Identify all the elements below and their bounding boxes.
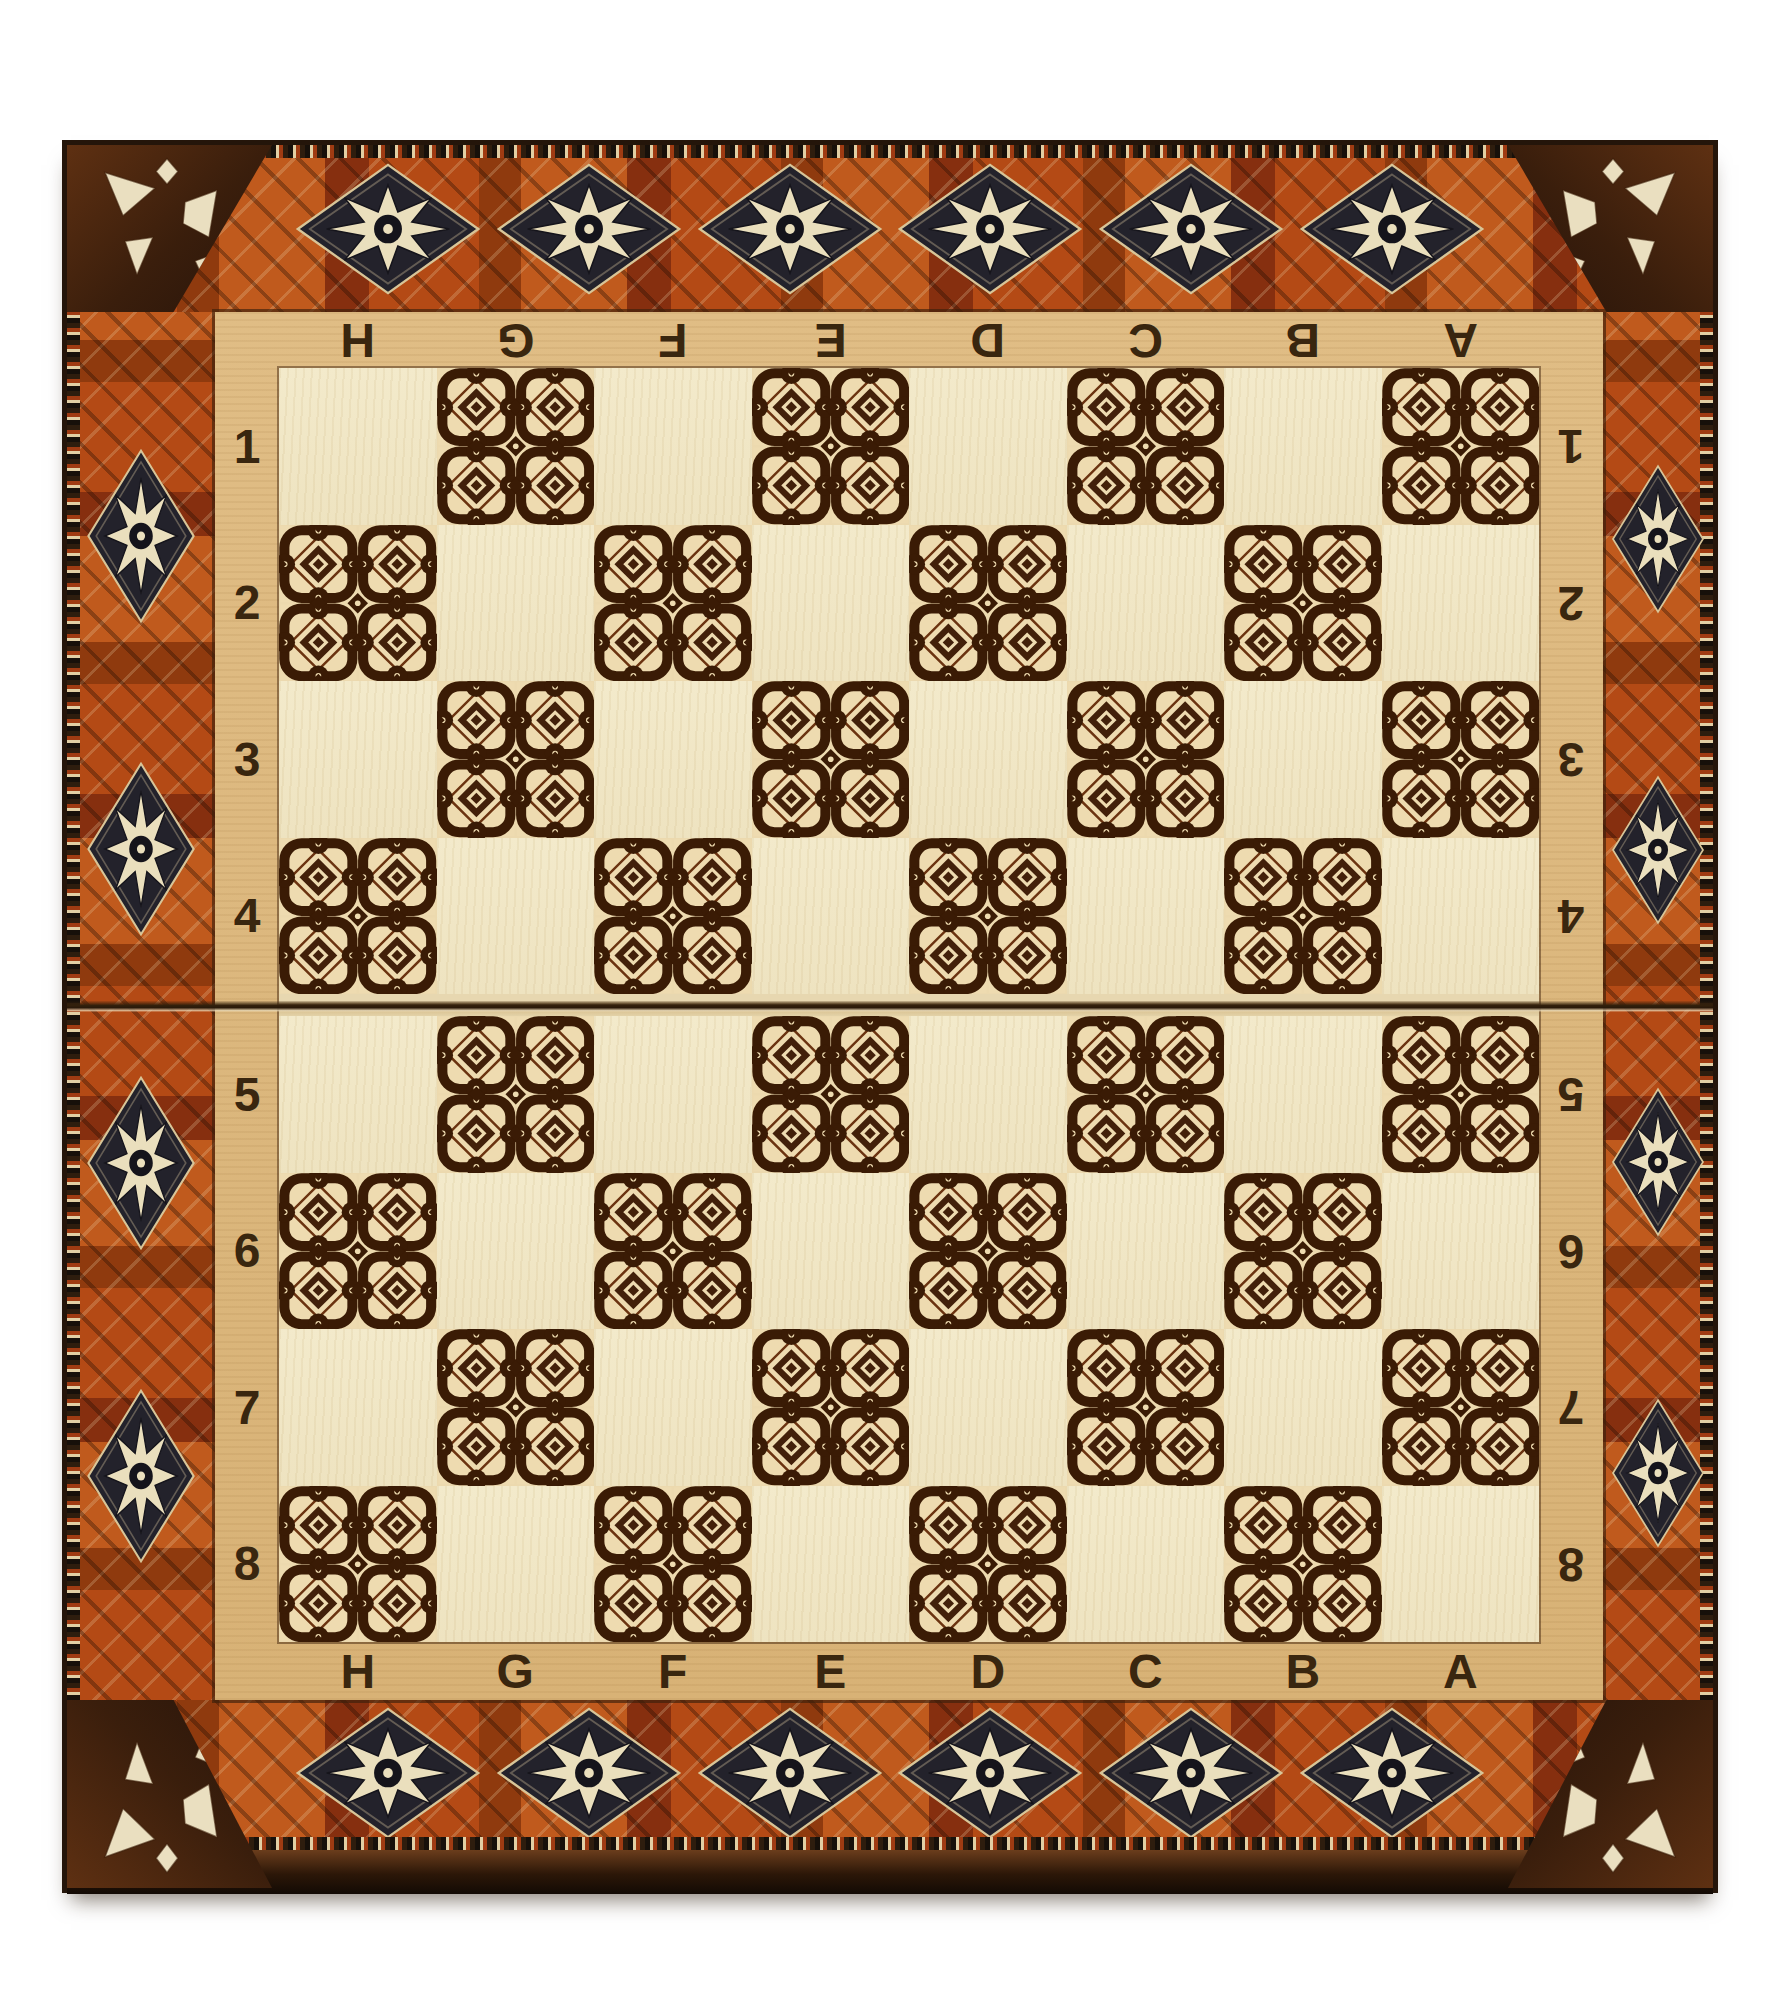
- rank-label-right-2: 2: [1539, 525, 1603, 682]
- square-b1[interactable]: [1224, 368, 1382, 525]
- star-medallion-inlay: [1299, 1706, 1485, 1840]
- square-g3[interactable]: [437, 681, 595, 838]
- square-f3[interactable]: [594, 681, 752, 838]
- square-e7[interactable]: [752, 1329, 910, 1486]
- rank-label-right-5: 5: [1539, 1016, 1603, 1173]
- file-label-bottom-b: B: [1224, 1644, 1382, 1699]
- rank-label-right-1: 1: [1539, 368, 1603, 525]
- square-f4[interactable]: [594, 838, 752, 995]
- star-medallion-inlay: [697, 1706, 883, 1840]
- chess-board: HGFEDCBA 12345678 12345678 HGFEDCBA: [62, 140, 1718, 1893]
- star-medallion-inlay: [697, 162, 883, 296]
- rank-label-left-8: 8: [215, 1486, 279, 1643]
- file-label-bottom-d: D: [909, 1644, 1067, 1699]
- file-label-bottom-f: F: [594, 1644, 752, 1699]
- rank-label-left-4: 4: [215, 838, 279, 995]
- star-medallion-inlay: [1098, 1706, 1284, 1840]
- rank-label-left-2: 2: [215, 525, 279, 682]
- fold-seam: [67, 1001, 1713, 1012]
- square-g8[interactable]: [437, 1486, 595, 1643]
- square-c7[interactable]: [1067, 1329, 1225, 1486]
- star-medallion-inlay: [1299, 162, 1485, 296]
- file-label-bottom-g: G: [437, 1644, 595, 1699]
- star-medallion-inlay: [85, 1386, 197, 1566]
- rank-label-right-3: 3: [1539, 681, 1603, 838]
- rank-label-right-7: 7: [1539, 1329, 1603, 1486]
- square-c8[interactable]: [1067, 1486, 1225, 1643]
- square-d8[interactable]: [909, 1486, 1067, 1643]
- star-medallion-inlay: [1610, 766, 1706, 934]
- square-c2[interactable]: [1067, 525, 1225, 682]
- square-e4[interactable]: [752, 838, 910, 995]
- star-medallion-inlay: [897, 1706, 1083, 1840]
- star-medallion-inlay: [1610, 1389, 1706, 1557]
- square-h5[interactable]: [279, 1016, 437, 1173]
- square-c5[interactable]: [1067, 1016, 1225, 1173]
- square-d3[interactable]: [909, 681, 1067, 838]
- file-label-bottom-h: H: [279, 1644, 437, 1699]
- square-c6[interactable]: [1067, 1173, 1225, 1330]
- star-medallion-inlay: [1610, 1078, 1706, 1246]
- square-d5[interactable]: [909, 1016, 1067, 1173]
- square-f7[interactable]: [594, 1329, 752, 1486]
- square-a7[interactable]: [1382, 1329, 1540, 1486]
- mosaic-border-bottom: [67, 1700, 1713, 1894]
- square-b3[interactable]: [1224, 681, 1382, 838]
- square-a4[interactable]: [1382, 838, 1540, 995]
- file-labels-bottom: HGFEDCBA: [279, 1642, 1539, 1700]
- square-h4[interactable]: [279, 838, 437, 995]
- file-label-top-b: B: [1224, 313, 1382, 368]
- file-label-top-c: C: [1067, 313, 1225, 368]
- square-g5[interactable]: [437, 1016, 595, 1173]
- square-h6[interactable]: [279, 1173, 437, 1330]
- rank-label-right-8: 8: [1539, 1486, 1603, 1643]
- square-b8[interactable]: [1224, 1486, 1382, 1643]
- square-a8[interactable]: [1382, 1486, 1540, 1643]
- square-g7[interactable]: [437, 1329, 595, 1486]
- star-medallion-inlay: [295, 162, 481, 296]
- star-medallion-inlay: [85, 446, 197, 626]
- star-medallion-inlay: [295, 1706, 481, 1840]
- star-medallion-inlay: [85, 759, 197, 939]
- square-e5[interactable]: [752, 1016, 910, 1173]
- rank-label-left-7: 7: [215, 1329, 279, 1486]
- square-e2[interactable]: [752, 525, 910, 682]
- square-h3[interactable]: [279, 681, 437, 838]
- rank-label-left-6: 6: [215, 1173, 279, 1330]
- file-label-top-g: G: [437, 313, 595, 368]
- square-h1[interactable]: [279, 368, 437, 525]
- square-a1[interactable]: [1382, 368, 1540, 525]
- square-e1[interactable]: [752, 368, 910, 525]
- star-medallion-inlay: [85, 1073, 197, 1253]
- rank-label-left-1: 1: [215, 368, 279, 525]
- star-medallion-inlay: [496, 162, 682, 296]
- square-e3[interactable]: [752, 681, 910, 838]
- square-e6[interactable]: [752, 1173, 910, 1330]
- file-label-top-h: H: [279, 313, 437, 368]
- square-b6[interactable]: [1224, 1173, 1382, 1330]
- file-label-top-a: A: [1382, 313, 1540, 368]
- file-label-bottom-a: A: [1382, 1644, 1540, 1699]
- rank-label-left-5: 5: [215, 1016, 279, 1173]
- square-g4[interactable]: [437, 838, 595, 995]
- square-h8[interactable]: [279, 1486, 437, 1643]
- square-a5[interactable]: [1382, 1016, 1540, 1173]
- square-g1[interactable]: [437, 368, 595, 525]
- star-medallion-inlay: [897, 162, 1083, 296]
- square-f6[interactable]: [594, 1173, 752, 1330]
- square-a6[interactable]: [1382, 1173, 1540, 1330]
- square-f1[interactable]: [594, 368, 752, 525]
- square-b5[interactable]: [1224, 1016, 1382, 1173]
- square-b2[interactable]: [1224, 525, 1382, 682]
- square-d4[interactable]: [909, 838, 1067, 995]
- square-d2[interactable]: [909, 525, 1067, 682]
- square-d1[interactable]: [909, 368, 1067, 525]
- square-c3[interactable]: [1067, 681, 1225, 838]
- file-label-top-f: F: [594, 313, 752, 368]
- file-label-top-e: E: [752, 313, 910, 368]
- square-b4[interactable]: [1224, 838, 1382, 995]
- square-d7[interactable]: [909, 1329, 1067, 1486]
- mosaic-border-top: [67, 145, 1713, 312]
- square-d6[interactable]: [909, 1173, 1067, 1330]
- square-c4[interactable]: [1067, 838, 1225, 995]
- square-h2[interactable]: [279, 525, 437, 682]
- rank-label-left-3: 3: [215, 681, 279, 838]
- square-g6[interactable]: [437, 1173, 595, 1330]
- square-e8[interactable]: [752, 1486, 910, 1643]
- square-h7[interactable]: [279, 1329, 437, 1486]
- square-f2[interactable]: [594, 525, 752, 682]
- square-f5[interactable]: [594, 1016, 752, 1173]
- file-labels-top: HGFEDCBA: [279, 312, 1539, 368]
- square-g2[interactable]: [437, 525, 595, 682]
- square-b7[interactable]: [1224, 1329, 1382, 1486]
- star-medallion-inlay: [1610, 455, 1706, 623]
- rank-label-right-6: 6: [1539, 1173, 1603, 1330]
- square-a3[interactable]: [1382, 681, 1540, 838]
- star-medallion-inlay: [1098, 162, 1284, 296]
- file-label-top-d: D: [909, 313, 1067, 368]
- square-f8[interactable]: [594, 1486, 752, 1643]
- square-c1[interactable]: [1067, 368, 1225, 525]
- file-label-bottom-e: E: [752, 1644, 910, 1699]
- rank-label-right-4: 4: [1539, 838, 1603, 995]
- square-a2[interactable]: [1382, 525, 1540, 682]
- file-label-bottom-c: C: [1067, 1644, 1225, 1699]
- star-medallion-inlay: [496, 1706, 682, 1840]
